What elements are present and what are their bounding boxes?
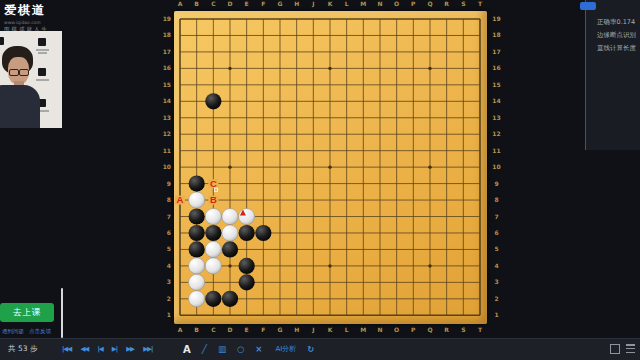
menu-icon[interactable] [626, 344, 635, 353]
coord-label: K [324, 326, 336, 334]
coord-label: T [474, 0, 486, 8]
panel-line: 直线计算长度 [597, 42, 640, 55]
coord-label: 11 [490, 147, 503, 155]
coord-label: G [274, 0, 286, 8]
coord-label: 6 [490, 229, 503, 237]
coord-label: 14 [158, 97, 171, 105]
coord-label: R [441, 0, 453, 8]
coord-label: D [224, 326, 236, 334]
coord-label: 15 [490, 81, 503, 89]
coord-label: E [241, 0, 253, 8]
backdrop-logo-icon [38, 38, 46, 46]
panel-text: 正确率0.174 边缘断点识别 直线计算长度 [597, 16, 640, 55]
coord-label: 14 [490, 97, 503, 105]
coord-label: B [191, 326, 203, 334]
coord-label: N [374, 0, 386, 8]
coord-label: 10 [490, 163, 503, 171]
coord-label: 8 [158, 196, 171, 204]
coord-label: 9 [158, 180, 171, 188]
coord-label: 11 [158, 147, 171, 155]
coord-label: H [291, 326, 303, 334]
forward-10-button[interactable]: ▶▶ [126, 345, 134, 353]
white-stone [222, 225, 238, 241]
white-stone [189, 291, 205, 307]
brand-website: www.iqidao.com [4, 20, 49, 25]
coord-label: 16 [158, 64, 171, 72]
app-window: 爱棋道 www.iqidao.com 围棋成就人生 去上课 遇到问题 点击反馈 … [0, 0, 640, 360]
white-stone [205, 241, 221, 257]
clear-marks-button[interactable]: × [255, 344, 262, 354]
pen-tool-button[interactable]: ╱ [202, 344, 207, 354]
panel-line: 边缘断点识别 [597, 29, 640, 42]
text-tool-button[interactable]: A [183, 344, 191, 355]
next-move-button[interactable]: ▶| [112, 345, 117, 353]
feedback-link[interactable]: 点击反馈 [29, 328, 51, 335]
sidebar-scrollbar-thumb[interactable] [61, 288, 63, 338]
playback-controls: |◀◀◀◀|◀▶|▶▶▶▶| [62, 338, 153, 360]
white-stone [189, 192, 205, 208]
coord-label: E [241, 326, 253, 334]
reset-button[interactable]: ↻ [307, 344, 314, 354]
black-stone [222, 241, 238, 257]
go-board-svg: ABC [174, 11, 487, 324]
black-stone [189, 241, 205, 257]
black-stone [239, 258, 255, 274]
coord-label: L [341, 0, 353, 8]
coord-label: 9 [490, 180, 503, 188]
coord-label: F [257, 326, 269, 334]
backdrop-logo-icon [0, 37, 4, 45]
problem-link[interactable]: 遇到问题 [2, 328, 24, 335]
circle-tool-button[interactable]: ○ [237, 344, 244, 354]
coord-label: 4 [490, 262, 503, 270]
panel-line: 正确率0.174 [597, 16, 640, 29]
coord-label: 7 [490, 213, 503, 221]
coord-label: 1 [158, 311, 171, 319]
black-stone [239, 225, 255, 241]
coord-label: 17 [490, 48, 503, 56]
coord-label: Q [424, 0, 436, 8]
prev-move-button[interactable]: |◀ [97, 345, 102, 353]
coord-label: 2 [158, 295, 171, 303]
move-letter-label: A [177, 194, 184, 205]
ai-analysis-button[interactable]: AI分析 [275, 344, 296, 354]
coord-label: A [174, 0, 186, 8]
brand-logo: 爱棋道 www.iqidao.com 围棋成就人生 [4, 2, 49, 33]
coord-label: 5 [490, 245, 503, 253]
back-10-button[interactable]: ◀◀ [80, 345, 88, 353]
coord-label: P [407, 0, 419, 8]
first-move-button[interactable]: |◀◀ [62, 345, 71, 353]
backdrop-text [36, 79, 49, 81]
move-count-label: 共 53 步 [8, 338, 37, 360]
black-stone [189, 225, 205, 241]
go-board[interactable]: ABC [174, 11, 487, 324]
coord-label: F [257, 0, 269, 8]
coord-label: 3 [490, 278, 503, 286]
coord-label: C [207, 0, 219, 8]
panel-divider [585, 0, 586, 150]
move-letter-label: C [210, 178, 217, 189]
coord-label: 3 [158, 278, 171, 286]
glasses [9, 69, 28, 75]
brand-logo-text: 爱棋道 [4, 2, 49, 19]
coord-label: 2 [490, 295, 503, 303]
coord-label: S [457, 0, 469, 8]
black-stone [189, 208, 205, 224]
coord-label: O [391, 326, 403, 334]
backdrop-text [36, 49, 49, 51]
coord-label: P [407, 326, 419, 334]
coord-label: 13 [158, 114, 171, 122]
teacher-body [0, 85, 40, 128]
coord-label: 6 [158, 229, 171, 237]
chart-tool-button[interactable]: ▥ [218, 344, 226, 354]
coord-label: O [391, 0, 403, 8]
black-stone [205, 225, 221, 241]
coord-label: N [374, 326, 386, 334]
coord-label: 10 [158, 163, 171, 171]
coord-label: J [307, 0, 319, 8]
coord-label: 18 [158, 31, 171, 39]
coord-label: J [307, 326, 319, 334]
black-stone [205, 291, 221, 307]
coord-label: 19 [490, 15, 503, 23]
coord-label: A [174, 326, 186, 334]
coord-label: 7 [158, 213, 171, 221]
black-stone [189, 176, 205, 192]
coord-label: 13 [490, 114, 503, 122]
coord-label: 12 [490, 130, 503, 138]
black-stone [239, 274, 255, 290]
black-stone [222, 291, 238, 307]
coord-label: G [274, 326, 286, 334]
backdrop-text [38, 52, 47, 54]
coord-label: 4 [158, 262, 171, 270]
coord-label: S [457, 326, 469, 334]
coord-label: 5 [158, 245, 171, 253]
white-stone [189, 258, 205, 274]
white-stone [189, 274, 205, 290]
panel-tab-badge[interactable] [580, 2, 596, 10]
coord-label: H [291, 0, 303, 8]
coord-label: R [441, 326, 453, 334]
coord-label: 8 [490, 196, 503, 204]
coord-label: K [324, 0, 336, 8]
coord-label: L [341, 326, 353, 334]
black-stone [205, 93, 221, 109]
coord-label: 16 [490, 64, 503, 72]
go-to-class-button[interactable]: 去上课 [0, 303, 54, 322]
coord-label: 19 [158, 15, 171, 23]
coord-label: 12 [158, 130, 171, 138]
white-stone [205, 208, 221, 224]
coord-label: 15 [158, 81, 171, 89]
coord-label: Q [424, 326, 436, 334]
coord-label: M [357, 0, 369, 8]
coord-label: C [207, 326, 219, 334]
backdrop-logo-icon [38, 68, 46, 76]
white-stone [222, 208, 238, 224]
white-stone [205, 258, 221, 274]
coord-label: 1 [490, 311, 503, 319]
coord-label: D [224, 0, 236, 8]
move-letter-label: B [210, 194, 217, 205]
last-move-button[interactable]: ▶▶| [143, 345, 152, 353]
coord-label: T [474, 326, 486, 334]
annotation-tools: A╱▥○×AI分析↻ [183, 338, 314, 360]
white-stone [239, 208, 255, 224]
coord-label: 17 [158, 48, 171, 56]
black-stone [255, 225, 271, 241]
coord-label: B [191, 0, 203, 8]
coord-label: 18 [490, 31, 503, 39]
teacher-video[interactable] [0, 31, 62, 128]
fullscreen-icon[interactable] [610, 344, 620, 354]
coord-label: M [357, 326, 369, 334]
